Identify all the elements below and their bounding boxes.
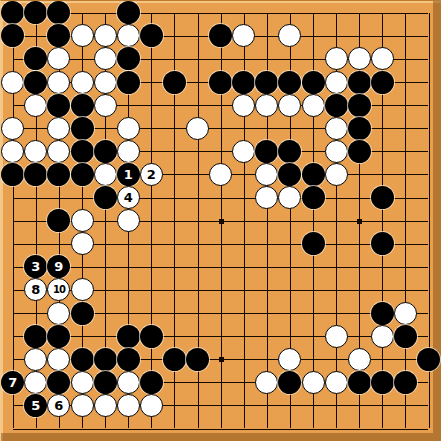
white-stone[interactable] (302, 371, 325, 394)
move-number-label: 5 (31, 398, 40, 411)
black-stone[interactable] (278, 140, 301, 163)
black-stone[interactable] (302, 232, 325, 255)
grid-line-horizontal (13, 336, 429, 337)
white-stone[interactable] (325, 163, 348, 186)
black-stone[interactable] (71, 140, 94, 163)
move-6-stone[interactable]: 6 (47, 394, 70, 417)
black-stone[interactable] (47, 371, 70, 394)
black-stone[interactable] (1, 163, 24, 186)
black-stone[interactable] (71, 94, 94, 117)
black-stone[interactable] (209, 24, 232, 47)
move-number-label: 10 (53, 284, 65, 294)
move-1-stone[interactable]: 1 (117, 163, 140, 186)
black-stone[interactable] (140, 24, 163, 47)
black-stone[interactable] (302, 186, 325, 209)
black-stone[interactable] (371, 232, 394, 255)
black-stone[interactable] (71, 117, 94, 140)
move-10-stone[interactable]: 10 (47, 278, 70, 301)
black-stone[interactable] (94, 348, 117, 371)
white-stone[interactable] (47, 117, 70, 140)
black-stone[interactable] (117, 1, 140, 24)
white-stone[interactable] (71, 371, 94, 394)
white-stone[interactable] (255, 94, 278, 117)
black-stone[interactable] (348, 71, 371, 94)
white-stone[interactable] (71, 278, 94, 301)
white-stone[interactable] (1, 71, 24, 94)
white-stone[interactable] (278, 348, 301, 371)
black-stone[interactable] (94, 371, 117, 394)
move-2-stone[interactable]: 2 (140, 163, 163, 186)
black-stone[interactable] (371, 371, 394, 394)
black-stone[interactable] (348, 140, 371, 163)
black-stone[interactable] (255, 140, 278, 163)
go-board[interactable]: 12439810756 (0, 0, 441, 441)
black-stone[interactable] (71, 348, 94, 371)
black-stone[interactable] (348, 94, 371, 117)
black-stone[interactable] (394, 325, 417, 348)
black-stone[interactable] (24, 163, 47, 186)
white-stone[interactable] (24, 140, 47, 163)
move-5-stone[interactable]: 5 (24, 394, 47, 417)
white-stone[interactable] (325, 371, 348, 394)
black-stone[interactable] (371, 302, 394, 325)
white-stone[interactable] (47, 302, 70, 325)
black-stone[interactable] (24, 325, 47, 348)
white-stone[interactable] (394, 302, 417, 325)
white-stone[interactable] (94, 163, 117, 186)
black-stone[interactable] (94, 186, 117, 209)
white-stone[interactable] (94, 24, 117, 47)
white-stone[interactable] (94, 47, 117, 70)
grid-line-horizontal (13, 267, 429, 268)
white-stone[interactable] (255, 371, 278, 394)
black-stone[interactable] (302, 71, 325, 94)
move-3-stone[interactable]: 3 (24, 255, 47, 278)
white-stone[interactable] (232, 24, 255, 47)
black-stone[interactable] (117, 47, 140, 70)
white-stone[interactable] (71, 394, 94, 417)
white-stone[interactable] (117, 24, 140, 47)
move-number-label: 9 (54, 260, 63, 273)
white-stone[interactable] (325, 325, 348, 348)
white-stone[interactable] (140, 394, 163, 417)
white-stone[interactable] (209, 163, 232, 186)
white-stone[interactable] (255, 163, 278, 186)
black-stone[interactable] (140, 325, 163, 348)
white-stone[interactable] (94, 71, 117, 94)
black-stone[interactable] (47, 1, 70, 24)
black-stone[interactable] (47, 24, 70, 47)
black-stone[interactable] (117, 348, 140, 371)
star-point (219, 219, 224, 224)
black-stone[interactable] (24, 1, 47, 24)
move-8-stone[interactable]: 8 (24, 278, 47, 301)
white-stone[interactable] (47, 71, 70, 94)
grid-line-vertical (405, 13, 406, 429)
star-point (357, 219, 362, 224)
move-4-stone[interactable]: 4 (117, 186, 140, 209)
white-stone[interactable] (232, 140, 255, 163)
move-number-label: 4 (124, 191, 133, 204)
black-stone[interactable] (371, 71, 394, 94)
white-stone[interactable] (94, 394, 117, 417)
white-stone[interactable] (348, 348, 371, 371)
move-number-label: 8 (31, 283, 40, 296)
white-stone[interactable] (325, 117, 348, 140)
black-stone[interactable] (302, 163, 325, 186)
black-stone[interactable] (278, 71, 301, 94)
white-stone[interactable] (71, 209, 94, 232)
white-stone[interactable] (278, 24, 301, 47)
white-stone[interactable] (24, 371, 47, 394)
move-number-label: 3 (31, 260, 40, 273)
black-stone[interactable] (163, 71, 186, 94)
move-number-label: 6 (54, 398, 63, 411)
black-stone[interactable] (325, 94, 348, 117)
black-stone[interactable] (71, 302, 94, 325)
black-stone[interactable] (117, 71, 140, 94)
white-stone[interactable] (348, 47, 371, 70)
move-number-label: 1 (124, 167, 133, 180)
white-stone[interactable] (71, 71, 94, 94)
white-stone[interactable] (117, 371, 140, 394)
black-stone[interactable] (186, 348, 209, 371)
white-stone[interactable] (94, 94, 117, 117)
white-stone[interactable] (302, 94, 325, 117)
white-stone[interactable] (117, 117, 140, 140)
white-stone[interactable] (186, 117, 209, 140)
black-stone[interactable] (47, 325, 70, 348)
black-stone[interactable] (94, 140, 117, 163)
white-stone[interactable] (325, 140, 348, 163)
black-stone[interactable] (209, 71, 232, 94)
white-stone[interactable] (325, 71, 348, 94)
black-stone[interactable] (278, 371, 301, 394)
black-stone[interactable] (140, 371, 163, 394)
white-stone[interactable] (232, 94, 255, 117)
black-stone[interactable] (163, 348, 186, 371)
white-stone[interactable] (117, 140, 140, 163)
black-stone[interactable] (371, 186, 394, 209)
white-stone[interactable] (47, 348, 70, 371)
black-stone[interactable] (47, 94, 70, 117)
white-stone[interactable] (47, 47, 70, 70)
white-stone[interactable] (1, 117, 24, 140)
white-stone[interactable] (255, 186, 278, 209)
white-stone[interactable] (371, 47, 394, 70)
black-stone[interactable] (117, 325, 140, 348)
white-stone[interactable] (278, 94, 301, 117)
black-stone[interactable] (348, 371, 371, 394)
white-stone[interactable] (24, 348, 47, 371)
black-stone[interactable] (1, 24, 24, 47)
white-stone[interactable] (117, 209, 140, 232)
star-point (219, 357, 224, 362)
move-7-stone[interactable]: 7 (1, 371, 24, 394)
white-stone[interactable] (24, 94, 47, 117)
black-stone[interactable] (232, 71, 255, 94)
black-stone[interactable] (47, 209, 70, 232)
move-9-stone[interactable]: 9 (47, 255, 70, 278)
black-stone[interactable] (417, 348, 440, 371)
grid-line-horizontal (13, 429, 429, 430)
black-stone[interactable] (348, 117, 371, 140)
white-stone[interactable] (47, 140, 70, 163)
black-stone[interactable] (24, 47, 47, 70)
black-stone[interactable] (47, 163, 70, 186)
black-stone[interactable] (255, 71, 278, 94)
black-stone[interactable] (1, 1, 24, 24)
white-stone[interactable] (1, 140, 24, 163)
white-stone[interactable] (371, 325, 394, 348)
black-stone[interactable] (278, 163, 301, 186)
black-stone[interactable] (394, 371, 417, 394)
white-stone[interactable] (71, 24, 94, 47)
move-number-label: 2 (147, 167, 156, 180)
white-stone[interactable] (325, 47, 348, 70)
move-number-label: 7 (8, 375, 17, 388)
black-stone[interactable] (71, 163, 94, 186)
black-stone[interactable] (24, 71, 47, 94)
white-stone[interactable] (117, 394, 140, 417)
white-stone[interactable] (71, 232, 94, 255)
white-stone[interactable] (278, 186, 301, 209)
